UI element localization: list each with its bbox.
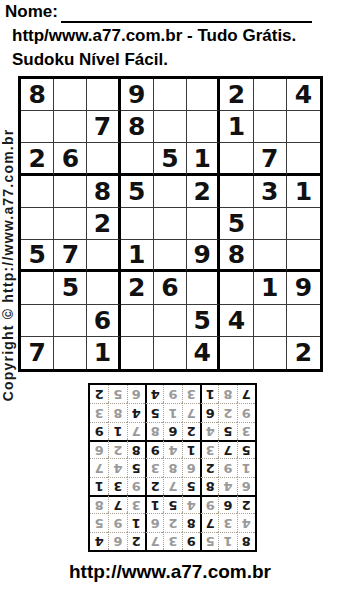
puzzle-cell-r9c1[interactable]: 7 — [21, 337, 54, 369]
puzzle-cell-r6c5[interactable] — [154, 240, 187, 272]
solution-cell-r9c4: 3 — [182, 385, 200, 403]
solution-cell-r2c5: 2 — [163, 513, 181, 531]
solution-cell-r6c4: 1 — [182, 440, 200, 458]
puzzle-cell-r9c2[interactable] — [54, 337, 87, 369]
puzzle-cell-r5c4[interactable] — [121, 208, 154, 240]
solution-cell-r9c6: 4 — [145, 385, 163, 403]
puzzle-cell-r4c3[interactable]: 8 — [87, 176, 120, 208]
puzzle-cell-r8c3[interactable]: 6 — [87, 305, 120, 337]
puzzle-cell-r1c3[interactable] — [87, 79, 120, 111]
puzzle-cell-r7c4[interactable]: 2 — [121, 272, 154, 304]
solution-cell-r2c1: 4 — [237, 513, 255, 531]
solution-cell-r7c8: 1 — [108, 422, 126, 440]
solution-cell-r1c1: 8 — [237, 532, 255, 550]
puzzle-cell-r2c3[interactable]: 7 — [87, 111, 120, 143]
solution-cell-r6c2: 7 — [218, 440, 236, 458]
puzzle-cell-r1c2[interactable] — [54, 79, 87, 111]
solution-cell-r1c3: 5 — [200, 532, 218, 550]
solution-cell-r3c9: 8 — [90, 495, 108, 513]
puzzle-cell-r8c6[interactable]: 5 — [187, 305, 220, 337]
solution-cell-r1c4: 9 — [182, 532, 200, 550]
puzzle-cell-r5c5[interactable] — [154, 208, 187, 240]
solution-cell-r3c8: 7 — [108, 495, 126, 513]
solution-cell-r1c6: 7 — [145, 532, 163, 550]
puzzle-cell-r1c8[interactable] — [254, 79, 287, 111]
name-blank-line[interactable] — [61, 2, 312, 23]
solution-cell-r3c4: 4 — [182, 495, 200, 513]
puzzle-cell-r2c8[interactable] — [254, 111, 287, 143]
puzzle-cell-r5c3[interactable]: 2 — [87, 208, 120, 240]
solution-cell-r4c9: 1 — [90, 477, 108, 495]
puzzle-cell-r3c7[interactable] — [220, 143, 253, 175]
puzzle-cell-r1c9[interactable]: 4 — [287, 79, 320, 111]
puzzle-cell-r4c9[interactable]: 1 — [287, 176, 320, 208]
name-label: Nome: — [5, 2, 58, 22]
solution-cell-r8c1: 9 — [237, 403, 255, 421]
solution-cell-r7c6: 8 — [145, 422, 163, 440]
puzzle-cell-r3c9[interactable] — [287, 143, 320, 175]
solution-cell-r2c9: 5 — [90, 513, 108, 531]
solution-cell-r7c1: 3 — [237, 422, 255, 440]
puzzle-cell-r3c6[interactable]: 1 — [187, 143, 220, 175]
puzzle-cell-r7c2[interactable]: 5 — [54, 272, 87, 304]
solution-cell-r4c3: 8 — [200, 477, 218, 495]
solution-cell-r7c7: 7 — [127, 422, 145, 440]
solution-cell-r8c5: 1 — [163, 403, 181, 421]
solution-cell-r6c5: 4 — [163, 440, 181, 458]
sudoku-grid[interactable]: 892478126517852312557198526196547142 — [18, 76, 323, 372]
solution-cell-r2c2: 3 — [218, 513, 236, 531]
puzzle-cell-r9c9[interactable]: 2 — [287, 337, 320, 369]
puzzle-cell-r6c1[interactable]: 5 — [21, 240, 54, 272]
solution-cell-r3c1: 2 — [237, 495, 255, 513]
puzzle-cell-r1c1[interactable]: 8 — [21, 79, 54, 111]
solution-cell-r3c7: 3 — [127, 495, 145, 513]
puzzle-cell-r4c6[interactable]: 2 — [187, 176, 220, 208]
solution-cell-r8c7: 4 — [127, 403, 145, 421]
puzzle-cell-r7c5[interactable]: 6 — [154, 272, 187, 304]
puzzle-cell-r5c7[interactable]: 5 — [220, 208, 253, 240]
puzzle-cell-r2c1[interactable] — [21, 111, 54, 143]
solution-cell-r2c3: 7 — [200, 513, 218, 531]
puzzle-cell-r3c2[interactable]: 6 — [54, 143, 87, 175]
solution-cell-r5c1: 1 — [237, 458, 255, 476]
puzzle-cell-r9c6[interactable]: 4 — [187, 337, 220, 369]
puzzle-cell-r4c2[interactable] — [54, 176, 87, 208]
puzzle-cell-r2c5[interactable] — [154, 111, 187, 143]
puzzle-cell-r2c9[interactable] — [287, 111, 320, 143]
puzzle-cell-r7c6[interactable] — [187, 272, 220, 304]
puzzle-cell-r8c4[interactable] — [121, 305, 154, 337]
puzzle-cell-r8c8[interactable] — [254, 305, 287, 337]
solution-cell-r9c9: 2 — [90, 385, 108, 403]
solution-cell-r9c3: 1 — [200, 385, 218, 403]
solution-cell-r9c5: 9 — [163, 385, 181, 403]
solution-cell-r8c4: 7 — [182, 403, 200, 421]
puzzle-cell-r6c3[interactable] — [87, 240, 120, 272]
solution-cell-r4c7: 9 — [127, 477, 145, 495]
solution-cell-r4c4: 5 — [182, 477, 200, 495]
puzzle-cell-r9c3[interactable]: 1 — [87, 337, 120, 369]
puzzle-cell-r5c9[interactable] — [287, 208, 320, 240]
puzzle-cell-r5c6[interactable] — [187, 208, 220, 240]
solution-cell-r2c4: 8 — [182, 513, 200, 531]
puzzle-cell-r5c8[interactable] — [254, 208, 287, 240]
copyright-vertical-text: Copyright © http://www.a77.com.br — [0, 129, 16, 402]
solution-cell-r9c8: 5 — [108, 385, 126, 403]
puzzle-cell-r3c1[interactable]: 2 — [21, 143, 54, 175]
puzzle-cell-r4c8[interactable]: 3 — [254, 176, 287, 208]
puzzle-cell-r7c8[interactable]: 1 — [254, 272, 287, 304]
solution-cell-r5c4: 6 — [182, 458, 200, 476]
solution-cell-r5c8: 4 — [108, 458, 126, 476]
solution-grid: 8159372644378261952694513786485729311926… — [88, 383, 257, 552]
puzzle-cell-r9c4[interactable] — [121, 337, 154, 369]
solution-cell-r7c5: 6 — [163, 422, 181, 440]
solution-cell-r5c5: 8 — [163, 458, 181, 476]
puzzle-cell-r2c2[interactable] — [54, 111, 87, 143]
solution-cell-r3c2: 6 — [218, 495, 236, 513]
solution-cell-r9c7: 6 — [127, 385, 145, 403]
puzzle-cell-r6c8[interactable] — [254, 240, 287, 272]
puzzle-cell-r5c2[interactable] — [54, 208, 87, 240]
solution-cell-r7c3: 4 — [200, 422, 218, 440]
solution-cell-r7c2: 5 — [218, 422, 236, 440]
puzzle-cell-r8c5[interactable] — [154, 305, 187, 337]
solution-cell-r4c6: 2 — [145, 477, 163, 495]
solution-cell-r1c8: 6 — [108, 532, 126, 550]
solution-cell-r4c8: 3 — [108, 477, 126, 495]
solution-cell-r4c5: 7 — [163, 477, 181, 495]
puzzle-cell-r6c6[interactable]: 9 — [187, 240, 220, 272]
solution-cell-r2c7: 1 — [127, 513, 145, 531]
solution-cell-r3c6: 1 — [145, 495, 163, 513]
solution-cell-r1c9: 4 — [90, 532, 108, 550]
solution-cell-r5c9: 7 — [90, 458, 108, 476]
puzzle-cell-r7c7[interactable] — [220, 272, 253, 304]
puzzle-cell-r4c5[interactable] — [154, 176, 187, 208]
site-title: http/www.a77.com.br - Tudo Grátis. — [12, 26, 296, 46]
puzzle-cell-r2c4[interactable]: 8 — [121, 111, 154, 143]
solution-cell-r8c2: 2 — [218, 403, 236, 421]
puzzle-cell-r8c9[interactable] — [287, 305, 320, 337]
solution-cell-r6c7: 8 — [127, 440, 145, 458]
puzzle-cell-r9c8[interactable] — [254, 337, 287, 369]
solution-cell-r8c9: 3 — [90, 403, 108, 421]
puzzle-cell-r1c7[interactable]: 2 — [220, 79, 253, 111]
solution-cell-r6c6: 9 — [145, 440, 163, 458]
puzzle-cell-r8c7[interactable]: 4 — [220, 305, 253, 337]
solution-cell-r9c2: 8 — [218, 385, 236, 403]
solution-cell-r1c2: 1 — [218, 532, 236, 550]
puzzle-cell-r5c1[interactable] — [21, 208, 54, 240]
puzzle-cell-r6c9[interactable] — [287, 240, 320, 272]
puzzle-cell-r7c9[interactable]: 9 — [287, 272, 320, 304]
solution-cell-r6c9: 6 — [90, 440, 108, 458]
footer-url: http://www.a77.com.br — [0, 561, 340, 583]
puzzle-cell-r8c1[interactable] — [21, 305, 54, 337]
puzzle-level-title: Sudoku Nível Fácil. — [12, 50, 168, 70]
solution-cell-r6c1: 5 — [237, 440, 255, 458]
puzzle-cell-r4c1[interactable] — [21, 176, 54, 208]
puzzle-cell-r8c2[interactable] — [54, 305, 87, 337]
puzzle-cell-r4c4[interactable]: 5 — [121, 176, 154, 208]
puzzle-cell-r7c3[interactable] — [87, 272, 120, 304]
puzzle-cell-r3c3[interactable] — [87, 143, 120, 175]
puzzle-cell-r6c4[interactable]: 1 — [121, 240, 154, 272]
solution-cell-r2c8: 9 — [108, 513, 126, 531]
solution-cell-r1c7: 2 — [127, 532, 145, 550]
solution-cell-r1c5: 3 — [163, 532, 181, 550]
puzzle-cell-r1c6[interactable] — [187, 79, 220, 111]
puzzle-cell-r3c4[interactable] — [121, 143, 154, 175]
puzzle-cell-r6c2[interactable]: 7 — [54, 240, 87, 272]
puzzle-cell-r2c7[interactable]: 1 — [220, 111, 253, 143]
solution-cell-r6c8: 2 — [108, 440, 126, 458]
solution-cell-r7c4: 2 — [182, 422, 200, 440]
solution-cell-r5c6: 3 — [145, 458, 163, 476]
puzzle-cell-r7c1[interactable] — [21, 272, 54, 304]
solution-cell-r4c1: 6 — [237, 477, 255, 495]
puzzle-cell-r1c5[interactable] — [154, 79, 187, 111]
solution-cell-r2c6: 6 — [145, 513, 163, 531]
solution-cell-r9c1: 7 — [237, 385, 255, 403]
solution-cell-r8c8: 8 — [108, 403, 126, 421]
solution-cell-r6c3: 3 — [200, 440, 218, 458]
puzzle-cell-r6c7[interactable]: 8 — [220, 240, 253, 272]
solution-cell-r8c6: 5 — [145, 403, 163, 421]
solution-cell-r8c3: 6 — [200, 403, 218, 421]
puzzle-cell-r9c7[interactable] — [220, 337, 253, 369]
puzzle-cell-r1c4[interactable]: 9 — [121, 79, 154, 111]
solution-cell-r5c2: 9 — [218, 458, 236, 476]
solution-cell-r3c5: 5 — [163, 495, 181, 513]
puzzle-cell-r3c8[interactable]: 7 — [254, 143, 287, 175]
solution-cell-r3c3: 9 — [200, 495, 218, 513]
puzzle-cell-r4c7[interactable] — [220, 176, 253, 208]
puzzle-cell-r3c5[interactable]: 5 — [154, 143, 187, 175]
solution-cell-r4c2: 4 — [218, 477, 236, 495]
solution-cell-r7c9: 9 — [90, 422, 108, 440]
solution-cell-r5c7: 5 — [127, 458, 145, 476]
puzzle-cell-r2c6[interactable] — [187, 111, 220, 143]
puzzle-cell-r9c5[interactable] — [154, 337, 187, 369]
solution-cell-r5c3: 2 — [200, 458, 218, 476]
